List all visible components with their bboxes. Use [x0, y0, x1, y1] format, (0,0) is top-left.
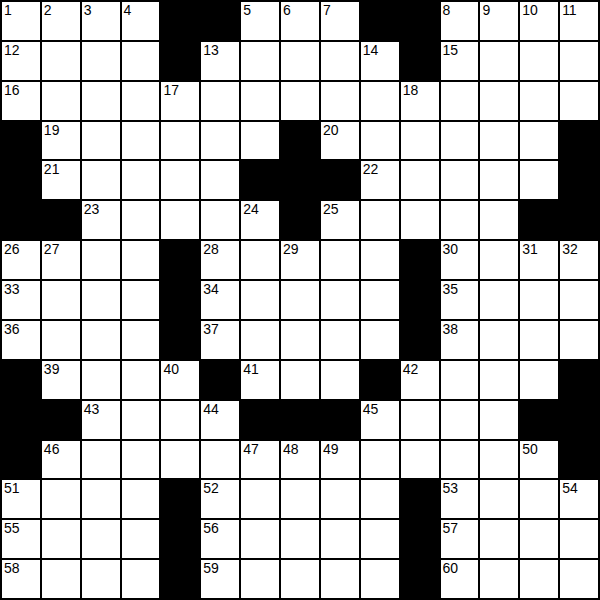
grid-cell[interactable] — [401, 161, 439, 199]
grid-cell[interactable] — [520, 281, 558, 319]
clue-number: 46 — [44, 441, 60, 457]
grid-cell[interactable] — [560, 560, 598, 598]
grid-cell[interactable]: 28 — [201, 241, 239, 279]
grid-cell[interactable]: 7 — [321, 2, 359, 40]
clue-number: 31 — [522, 241, 538, 257]
grid-cell[interactable] — [441, 441, 479, 479]
clue-number: 35 — [443, 281, 459, 297]
black-cell — [161, 520, 199, 558]
grid-cell[interactable]: 35 — [441, 281, 479, 319]
grid-cell[interactable]: 47 — [241, 441, 279, 479]
clue-number: 5 — [243, 2, 251, 18]
grid-cell[interactable] — [441, 201, 479, 239]
grid-cell[interactable] — [480, 281, 518, 319]
clue-number: 16 — [4, 82, 20, 98]
grid-cell[interactable] — [42, 281, 80, 319]
grid-cell[interactable] — [560, 42, 598, 80]
grid-cell[interactable] — [42, 321, 80, 359]
grid-cell[interactable] — [82, 560, 120, 598]
grid-cell[interactable] — [161, 161, 199, 199]
clue-number: 3 — [84, 2, 92, 18]
grid-cell[interactable]: 15 — [441, 42, 479, 80]
grid-cell[interactable]: 14 — [361, 42, 399, 80]
black-cell — [161, 281, 199, 319]
grid-cell[interactable] — [122, 281, 160, 319]
clue-number: 11 — [562, 2, 577, 18]
clue-number: 12 — [4, 42, 20, 58]
clue-number: 59 — [203, 560, 219, 576]
clue-number: 53 — [443, 480, 459, 496]
grid-cell[interactable] — [82, 122, 120, 160]
grid-cell[interactable] — [82, 281, 120, 319]
grid-cell[interactable]: 11 — [560, 2, 598, 40]
grid-cell[interactable]: 16 — [2, 82, 40, 120]
clue-number: 6 — [283, 2, 291, 18]
clue-number: 4 — [124, 2, 132, 18]
grid-cell[interactable] — [480, 321, 518, 359]
clue-number: 48 — [283, 441, 299, 457]
black-cell — [161, 42, 199, 80]
grid-cell[interactable] — [480, 520, 518, 558]
grid-cell[interactable]: 60 — [441, 560, 479, 598]
black-cell — [42, 401, 80, 439]
clue-number: 10 — [522, 2, 538, 18]
grid-cell[interactable] — [82, 441, 120, 479]
black-cell — [161, 2, 199, 40]
grid-cell[interactable] — [441, 82, 479, 120]
grid-cell[interactable] — [361, 82, 399, 120]
grid-cell[interactable] — [401, 401, 439, 439]
grid-cell[interactable] — [321, 321, 359, 359]
grid-cell[interactable] — [82, 361, 120, 399]
grid-cell[interactable]: 25 — [321, 201, 359, 239]
black-cell — [520, 201, 558, 239]
black-cell — [161, 560, 199, 598]
grid-cell[interactable] — [321, 560, 359, 598]
clue-number: 27 — [44, 241, 60, 257]
clue-number: 42 — [403, 361, 419, 377]
grid-cell[interactable] — [441, 161, 479, 199]
grid-cell[interactable]: 9 — [480, 2, 518, 40]
grid-cell[interactable] — [361, 480, 399, 518]
grid-cell[interactable] — [361, 122, 399, 160]
grid-cell[interactable] — [480, 161, 518, 199]
grid-cell[interactable]: 22 — [361, 161, 399, 199]
grid-cell[interactable] — [480, 441, 518, 479]
grid-cell[interactable] — [82, 241, 120, 279]
clue-number: 7 — [323, 2, 331, 18]
clue-number: 18 — [403, 82, 419, 98]
grid-cell[interactable] — [520, 560, 558, 598]
black-cell — [2, 122, 40, 160]
clue-number: 25 — [323, 201, 339, 217]
grid-cell[interactable]: 2 — [42, 2, 80, 40]
grid-cell[interactable]: 51 — [2, 480, 40, 518]
grid-cell[interactable] — [122, 122, 160, 160]
grid-cell[interactable]: 6 — [281, 2, 319, 40]
grid-cell[interactable] — [361, 201, 399, 239]
grid-cell[interactable]: 20 — [321, 122, 359, 160]
grid-cell[interactable] — [42, 520, 80, 558]
black-cell — [2, 161, 40, 199]
black-cell — [2, 361, 40, 399]
clue-number: 30 — [443, 241, 459, 257]
grid-cell[interactable]: 10 — [520, 2, 558, 40]
grid-cell[interactable] — [520, 161, 558, 199]
clue-number: 29 — [283, 241, 299, 257]
grid-cell[interactable]: 59 — [201, 560, 239, 598]
clue-number: 15 — [443, 42, 459, 58]
grid-cell[interactable] — [201, 122, 239, 160]
grid-cell[interactable] — [480, 42, 518, 80]
grid-cell[interactable] — [241, 42, 279, 80]
clue-number: 37 — [203, 321, 219, 337]
black-cell — [560, 161, 598, 199]
black-cell — [2, 201, 40, 239]
grid-cell[interactable]: 33 — [2, 281, 40, 319]
grid-cell[interactable] — [241, 241, 279, 279]
grid-cell[interactable] — [241, 480, 279, 518]
grid-cell[interactable] — [281, 82, 319, 120]
grid-cell[interactable] — [281, 560, 319, 598]
black-cell — [361, 361, 399, 399]
grid-cell[interactable]: 41 — [241, 361, 279, 399]
clue-number: 40 — [163, 361, 179, 377]
clue-number: 2 — [44, 2, 52, 18]
grid-cell[interactable] — [241, 520, 279, 558]
grid-cell[interactable]: 37 — [201, 321, 239, 359]
grid-cell[interactable] — [82, 82, 120, 120]
grid-cell[interactable]: 56 — [201, 520, 239, 558]
clue-number: 1 — [4, 2, 12, 18]
clue-number: 24 — [243, 201, 259, 217]
black-cell — [401, 42, 439, 80]
grid-cell[interactable] — [441, 401, 479, 439]
grid-cell[interactable] — [321, 480, 359, 518]
grid-cell[interactable] — [441, 361, 479, 399]
grid-cell[interactable] — [520, 42, 558, 80]
grid-cell[interactable] — [361, 281, 399, 319]
black-cell — [520, 401, 558, 439]
grid-cell[interactable] — [401, 122, 439, 160]
black-cell — [161, 241, 199, 279]
grid-cell[interactable]: 53 — [441, 480, 479, 518]
black-cell — [560, 201, 598, 239]
grid-cell[interactable]: 30 — [441, 241, 479, 279]
grid-cell[interactable] — [480, 82, 518, 120]
clue-number: 51 — [4, 480, 20, 496]
clue-number: 43 — [84, 401, 100, 417]
grid-cell[interactable]: 43 — [82, 401, 120, 439]
grid-cell[interactable] — [281, 281, 319, 319]
grid-cell[interactable] — [401, 441, 439, 479]
grid-cell[interactable] — [560, 82, 598, 120]
grid-cell[interactable] — [281, 520, 319, 558]
grid-cell[interactable]: 26 — [2, 241, 40, 279]
grid-cell[interactable] — [480, 241, 518, 279]
black-cell — [241, 401, 279, 439]
grid-cell[interactable]: 58 — [2, 560, 40, 598]
black-cell — [401, 281, 439, 319]
clue-number: 22 — [363, 161, 379, 177]
grid-cell[interactable]: 3 — [82, 2, 120, 40]
black-cell — [560, 441, 598, 479]
clue-number: 58 — [4, 560, 20, 576]
black-cell — [201, 2, 239, 40]
clue-number: 32 — [562, 241, 578, 257]
grid-cell[interactable]: 49 — [321, 441, 359, 479]
grid-cell[interactable] — [480, 560, 518, 598]
grid-cell[interactable] — [122, 161, 160, 199]
black-cell — [281, 201, 319, 239]
grid-cell[interactable] — [122, 520, 160, 558]
black-cell — [401, 241, 439, 279]
grid-cell[interactable]: 21 — [42, 161, 80, 199]
grid-cell[interactable] — [281, 480, 319, 518]
grid-cell[interactable] — [520, 82, 558, 120]
grid-cell[interactable] — [361, 441, 399, 479]
grid-cell[interactable] — [520, 480, 558, 518]
grid-cell[interactable]: 29 — [281, 241, 319, 279]
grid-cell[interactable] — [42, 560, 80, 598]
clue-number: 8 — [443, 2, 451, 18]
grid-cell[interactable] — [321, 42, 359, 80]
grid-cell[interactable]: 54 — [560, 480, 598, 518]
grid-cell[interactable] — [560, 281, 598, 319]
grid-cell[interactable] — [241, 82, 279, 120]
grid-cell[interactable]: 18 — [401, 82, 439, 120]
grid-cell[interactable] — [161, 401, 199, 439]
grid-cell[interactable] — [201, 441, 239, 479]
grid-cell[interactable]: 36 — [2, 321, 40, 359]
grid-cell[interactable] — [241, 560, 279, 598]
clue-number: 47 — [243, 441, 259, 457]
grid-cell[interactable] — [122, 401, 160, 439]
clue-number: 36 — [4, 321, 20, 337]
grid-cell[interactable] — [361, 321, 399, 359]
grid-cell[interactable] — [281, 42, 319, 80]
clue-number: 52 — [203, 480, 219, 496]
grid-cell[interactable]: 12 — [2, 42, 40, 80]
clue-number: 39 — [44, 361, 60, 377]
black-cell — [401, 321, 439, 359]
grid-cell[interactable]: 42 — [401, 361, 439, 399]
black-cell — [560, 401, 598, 439]
grid-cell[interactable]: 23 — [82, 201, 120, 239]
grid-cell[interactable]: 48 — [281, 441, 319, 479]
grid-cell[interactable] — [480, 480, 518, 518]
clue-number: 50 — [522, 441, 538, 457]
grid-cell[interactable] — [241, 122, 279, 160]
grid-cell[interactable]: 19 — [42, 122, 80, 160]
clue-number: 57 — [443, 520, 459, 536]
grid-cell[interactable]: 24 — [241, 201, 279, 239]
grid-cell[interactable]: 31 — [520, 241, 558, 279]
grid-cell[interactable] — [441, 122, 479, 160]
clue-number: 55 — [4, 520, 20, 536]
grid-cell[interactable]: 17 — [161, 82, 199, 120]
grid-cell[interactable] — [122, 42, 160, 80]
black-cell — [2, 441, 40, 479]
grid-cell[interactable] — [480, 122, 518, 160]
black-cell — [281, 161, 319, 199]
clue-number: 26 — [4, 241, 20, 257]
grid-cell[interactable] — [161, 201, 199, 239]
grid-cell[interactable] — [480, 361, 518, 399]
grid-cell[interactable] — [122, 201, 160, 239]
clue-number: 14 — [363, 42, 379, 58]
grid-cell[interactable]: 5 — [241, 2, 279, 40]
black-cell — [321, 401, 359, 439]
clue-number: 41 — [243, 361, 259, 377]
black-cell — [560, 122, 598, 160]
grid-cell[interactable]: 32 — [560, 241, 598, 279]
grid-cell[interactable]: 44 — [201, 401, 239, 439]
black-cell — [161, 321, 199, 359]
black-cell — [560, 361, 598, 399]
grid-cell[interactable]: 40 — [161, 361, 199, 399]
clue-number: 9 — [482, 2, 490, 18]
crossword-grid: 1234567891011121314151617181920212223242… — [0, 0, 600, 600]
grid-cell[interactable]: 45 — [361, 401, 399, 439]
grid-cell[interactable]: 1 — [2, 2, 40, 40]
grid-cell[interactable] — [42, 480, 80, 518]
grid-cell[interactable] — [241, 321, 279, 359]
clue-number: 28 — [203, 241, 219, 257]
grid-cell[interactable] — [480, 401, 518, 439]
grid-cell[interactable]: 52 — [201, 480, 239, 518]
clue-number: 17 — [163, 82, 179, 98]
clue-number: 49 — [323, 441, 339, 457]
grid-cell[interactable] — [82, 520, 120, 558]
grid-cell[interactable] — [480, 201, 518, 239]
black-cell — [401, 2, 439, 40]
grid-cell[interactable] — [321, 361, 359, 399]
clue-number: 13 — [203, 42, 219, 58]
black-cell — [321, 161, 359, 199]
black-cell — [401, 520, 439, 558]
black-cell — [361, 2, 399, 40]
grid-cell[interactable]: 4 — [122, 2, 160, 40]
grid-cell[interactable] — [82, 161, 120, 199]
grid-cell[interactable] — [401, 201, 439, 239]
grid-cell[interactable] — [122, 82, 160, 120]
clue-number: 56 — [203, 520, 219, 536]
grid-cell[interactable] — [122, 441, 160, 479]
grid-cell[interactable] — [321, 241, 359, 279]
grid-cell[interactable] — [281, 321, 319, 359]
grid-cell[interactable] — [361, 241, 399, 279]
grid-cell[interactable] — [161, 122, 199, 160]
black-cell — [281, 122, 319, 160]
grid-cell[interactable]: 8 — [441, 2, 479, 40]
clue-number: 34 — [203, 281, 219, 297]
grid-cell[interactable] — [321, 82, 359, 120]
grid-cell[interactable]: 55 — [2, 520, 40, 558]
grid-cell[interactable] — [361, 520, 399, 558]
grid-cell[interactable] — [82, 480, 120, 518]
grid-cell[interactable] — [122, 480, 160, 518]
grid-cell[interactable] — [82, 42, 120, 80]
black-cell — [42, 201, 80, 239]
clue-number: 19 — [44, 122, 60, 138]
grid-cell[interactable] — [241, 281, 279, 319]
grid-cell[interactable]: 50 — [520, 441, 558, 479]
black-cell — [161, 480, 199, 518]
grid-cell[interactable] — [321, 281, 359, 319]
grid-cell[interactable] — [42, 42, 80, 80]
clue-number: 44 — [203, 401, 219, 417]
black-cell — [281, 401, 319, 439]
grid-cell[interactable] — [201, 201, 239, 239]
black-cell — [201, 361, 239, 399]
black-cell — [241, 161, 279, 199]
clue-number: 33 — [4, 281, 20, 297]
clue-number: 20 — [323, 122, 339, 138]
grid-cell[interactable]: 13 — [201, 42, 239, 80]
grid-cell[interactable] — [281, 361, 319, 399]
grid-cell[interactable] — [42, 82, 80, 120]
grid-cell[interactable]: 57 — [441, 520, 479, 558]
clue-number: 38 — [443, 321, 459, 337]
grid-cell[interactable] — [82, 321, 120, 359]
grid-cell[interactable] — [560, 321, 598, 359]
grid-cell[interactable] — [201, 161, 239, 199]
clue-number: 60 — [443, 560, 459, 576]
grid-cell[interactable] — [122, 560, 160, 598]
black-cell — [401, 560, 439, 598]
grid-cell[interactable]: 39 — [42, 361, 80, 399]
grid-cell[interactable] — [520, 520, 558, 558]
clue-number: 21 — [44, 161, 60, 177]
grid-cell[interactable] — [201, 82, 239, 120]
grid-cell[interactable] — [361, 560, 399, 598]
grid-cell[interactable] — [122, 241, 160, 279]
grid-cell[interactable] — [520, 361, 558, 399]
clue-number: 54 — [562, 480, 578, 496]
black-cell — [401, 480, 439, 518]
clue-number: 23 — [84, 201, 100, 217]
grid-cell[interactable]: 38 — [441, 321, 479, 359]
grid-cell[interactable] — [161, 441, 199, 479]
grid-cell[interactable] — [122, 361, 160, 399]
grid-cell[interactable]: 46 — [42, 441, 80, 479]
grid-cell[interactable] — [520, 321, 558, 359]
grid-cell[interactable] — [520, 122, 558, 160]
grid-cell[interactable] — [321, 520, 359, 558]
black-cell — [2, 401, 40, 439]
grid-cell[interactable]: 27 — [42, 241, 80, 279]
clue-number: 45 — [363, 401, 379, 417]
grid-cell[interactable] — [122, 321, 160, 359]
grid-cell[interactable] — [560, 520, 598, 558]
grid-cell[interactable]: 34 — [201, 281, 239, 319]
